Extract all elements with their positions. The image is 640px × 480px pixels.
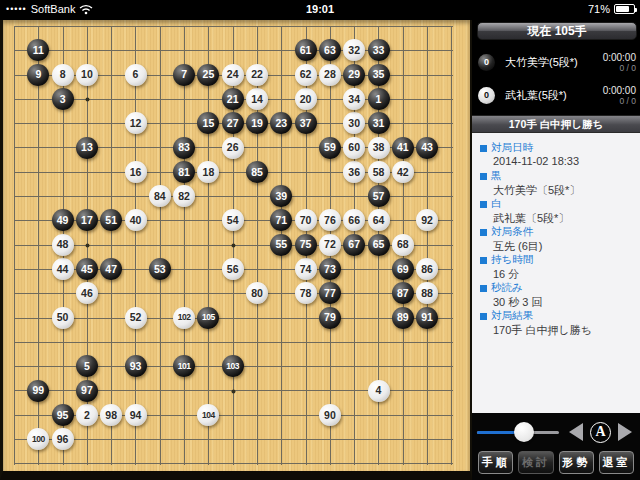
go-stone-black-27: 27 (222, 112, 244, 134)
go-stone-white-46: 46 (76, 282, 98, 304)
white-player-periods: 0 / 0 (603, 96, 636, 106)
go-board[interactable]: 1234567891011121314151617181920212223242… (0, 20, 472, 480)
player-panel: 現在 105手 0 大竹美学(5段*) 0:00:00 0 / 0 0 武礼葉(… (472, 20, 640, 115)
blue-square-bullet-icon (480, 145, 487, 152)
go-stone-white-2: 2 (76, 404, 98, 426)
sidebar: 現在 105手 0 大竹美学(5段*) 0:00:00 0 / 0 0 武礼葉(… (472, 20, 640, 480)
go-stone-white-102: 102 (173, 307, 195, 329)
star-point (231, 243, 235, 247)
player-row-white: 0 武礼葉(5段*) 0:00:00 0 / 0 (478, 80, 636, 110)
go-stone-white-20: 20 (295, 88, 317, 110)
go-stone-black-71: 71 (270, 209, 292, 231)
go-stone-black-35: 35 (368, 64, 390, 86)
go-stone-black-19: 19 (246, 112, 268, 134)
go-stone-white-66: 66 (343, 209, 365, 231)
go-stone-black-85: 85 (246, 161, 268, 183)
info-value: 大竹美学〔5段*〕 (480, 183, 632, 197)
go-stone-black-105: 105 (197, 307, 219, 329)
battery-icon (614, 4, 635, 14)
go-stone-black-1: 1 (368, 88, 390, 110)
game-info-panel: 対局日時2014-11-02 18:33黒大竹美学〔5段*〕白武礼葉〔5段*〕対… (472, 134, 640, 413)
black-stone-icon: 0 (478, 54, 495, 71)
go-stone-black-21: 21 (222, 88, 244, 110)
go-stone-black-11: 11 (27, 39, 49, 61)
go-stone-white-68: 68 (392, 234, 414, 256)
info-value: 武礼葉〔5段*〕 (480, 211, 632, 225)
go-stone-white-54: 54 (222, 209, 244, 231)
info-value: 2014-11-02 18:33 (480, 155, 632, 169)
go-stone-white-36: 36 (343, 161, 365, 183)
go-stone-white-72: 72 (319, 234, 341, 256)
go-stone-black-65: 65 (368, 234, 390, 256)
go-stone-black-15: 15 (197, 112, 219, 134)
blue-square-bullet-icon (480, 173, 487, 180)
go-stone-white-82: 82 (173, 185, 195, 207)
go-stone-white-88: 88 (416, 282, 438, 304)
go-stone-white-76: 76 (319, 209, 341, 231)
white-player-name: 武礼葉(5段*) (505, 88, 603, 103)
go-stone-black-23: 23 (270, 112, 292, 134)
go-stone-black-41: 41 (392, 137, 414, 159)
go-stone-white-24: 24 (222, 64, 244, 86)
go-stone-white-56: 56 (222, 258, 244, 280)
go-stone-white-78: 78 (295, 282, 317, 304)
white-stone-icon: 0 (478, 87, 495, 104)
go-stone-white-80: 80 (246, 282, 268, 304)
blue-square-bullet-icon (480, 313, 487, 320)
go-stone-black-37: 37 (295, 112, 317, 134)
info-value: 30 秒 3 回 (480, 295, 632, 309)
go-stone-black-13: 13 (76, 137, 98, 159)
action-button-row: 手順検討形勢退室 (472, 451, 640, 474)
info-value: 170手 白中押し勝ち (480, 323, 632, 337)
go-stone-white-22: 22 (246, 64, 268, 86)
go-stone-white-62: 62 (295, 64, 317, 86)
go-stone-black-17: 17 (76, 209, 98, 231)
star-point (85, 243, 89, 247)
move-slider[interactable] (477, 422, 559, 442)
playback-controls: A 手順検討形勢退室 (472, 413, 640, 480)
go-stone-black-97: 97 (76, 380, 98, 402)
go-stone-white-98: 98 (100, 404, 122, 426)
go-stone-black-99: 99 (27, 380, 49, 402)
go-stone-white-64: 64 (368, 209, 390, 231)
action-button-検討[interactable]: 検討 (518, 451, 553, 474)
go-stone-white-48: 48 (52, 234, 74, 256)
app-screen: ••••• SoftBank 19:01 71% 123456789101112… (0, 0, 640, 480)
go-stone-white-60: 60 (343, 137, 365, 159)
go-stone-black-73: 73 (319, 258, 341, 280)
go-stone-black-63: 63 (319, 39, 341, 61)
go-stone-white-94: 94 (125, 404, 147, 426)
previous-move-button[interactable] (569, 423, 583, 441)
go-stone-black-103: 103 (222, 355, 244, 377)
board-grid[interactable]: 1234567891011121314151617181920212223242… (14, 26, 453, 465)
clock-label: 19:01 (0, 3, 640, 15)
go-stone-white-4: 4 (368, 380, 390, 402)
black-player-periods: 0 / 0 (603, 63, 636, 73)
info-label: 持ち時間 (480, 253, 632, 267)
info-label: 秒読み (480, 281, 632, 295)
go-stone-black-91: 91 (416, 307, 438, 329)
autoplay-button[interactable]: A (590, 422, 611, 443)
go-stone-black-25: 25 (197, 64, 219, 86)
go-stone-white-90: 90 (319, 404, 341, 426)
player-row-black: 0 大竹美学(5段*) 0:00:00 0 / 0 (478, 47, 636, 77)
go-stone-white-52: 52 (125, 307, 147, 329)
white-player-time: 0:00:00 (603, 85, 636, 96)
go-stone-white-26: 26 (222, 137, 244, 159)
go-stone-white-10: 10 (76, 64, 98, 86)
go-stone-black-55: 55 (270, 234, 292, 256)
current-move-header: 現在 105手 (477, 22, 637, 40)
status-bar: ••••• SoftBank 19:01 71% (0, 0, 640, 20)
go-stone-white-86: 86 (416, 258, 438, 280)
go-stone-black-87: 87 (392, 282, 414, 304)
star-point (231, 389, 235, 393)
go-stone-black-81: 81 (173, 161, 195, 183)
go-stone-black-61: 61 (295, 39, 317, 61)
go-stone-white-96: 96 (52, 428, 74, 450)
action-button-形勢[interactable]: 形勢 (559, 451, 594, 474)
go-stone-black-49: 49 (52, 209, 74, 231)
go-stone-black-79: 79 (319, 307, 341, 329)
star-point (85, 97, 89, 101)
info-label: 黒 (480, 169, 632, 183)
action-button-手順[interactable]: 手順 (478, 451, 513, 474)
go-stone-black-29: 29 (343, 64, 365, 86)
go-stone-white-14: 14 (246, 88, 268, 110)
go-stone-white-44: 44 (52, 258, 74, 280)
go-stone-black-3: 3 (52, 88, 74, 110)
go-stone-black-51: 51 (100, 209, 122, 231)
go-stone-black-75: 75 (295, 234, 317, 256)
go-stone-black-9: 9 (27, 64, 49, 86)
go-stone-black-101: 101 (173, 355, 195, 377)
result-header: 170手 白中押し勝ち (472, 115, 640, 133)
go-stone-white-100: 100 (27, 428, 49, 450)
go-stone-black-69: 69 (392, 258, 414, 280)
info-value: 16 分 (480, 267, 632, 281)
go-stone-black-5: 5 (76, 355, 98, 377)
next-move-button[interactable] (618, 423, 632, 441)
blue-square-bullet-icon (480, 229, 487, 236)
go-stone-black-89: 89 (392, 307, 414, 329)
go-stone-white-16: 16 (125, 161, 147, 183)
go-stone-white-8: 8 (52, 64, 74, 86)
black-player-name: 大竹美学(5段*) (505, 55, 603, 70)
info-label: 対局日時 (480, 141, 632, 155)
go-stone-white-74: 74 (295, 258, 317, 280)
go-stone-white-40: 40 (125, 209, 147, 231)
go-stone-black-47: 47 (100, 258, 122, 280)
blue-square-bullet-icon (480, 201, 487, 208)
go-stone-black-7: 7 (173, 64, 195, 86)
go-stone-white-32: 32 (343, 39, 365, 61)
go-stone-white-34: 34 (343, 88, 365, 110)
go-stone-black-59: 59 (319, 137, 341, 159)
go-stone-black-53: 53 (149, 258, 171, 280)
go-stone-black-77: 77 (319, 282, 341, 304)
go-stone-white-12: 12 (125, 112, 147, 134)
black-player-time: 0:00:00 (603, 52, 636, 63)
go-stone-black-39: 39 (270, 185, 292, 207)
go-stone-white-6: 6 (125, 64, 147, 86)
go-stone-black-33: 33 (368, 39, 390, 61)
go-stone-white-18: 18 (197, 161, 219, 183)
info-value: 互先 (6目) (480, 239, 632, 253)
go-stone-black-45: 45 (76, 258, 98, 280)
info-label: 対局条件 (480, 225, 632, 239)
go-stone-white-104: 104 (197, 404, 219, 426)
blue-square-bullet-icon (480, 285, 487, 292)
go-stone-white-38: 38 (368, 137, 390, 159)
go-stone-black-43: 43 (416, 137, 438, 159)
info-label: 白 (480, 197, 632, 211)
slider-thumb[interactable] (514, 422, 534, 442)
go-stone-black-67: 67 (343, 234, 365, 256)
go-stone-black-57: 57 (368, 185, 390, 207)
blue-square-bullet-icon (480, 257, 487, 264)
info-label: 対局結果 (480, 309, 632, 323)
go-stone-white-58: 58 (368, 161, 390, 183)
go-stone-white-50: 50 (52, 307, 74, 329)
go-stone-white-70: 70 (295, 209, 317, 231)
go-stone-white-84: 84 (149, 185, 171, 207)
go-stone-black-95: 95 (52, 404, 74, 426)
go-stone-black-93: 93 (125, 355, 147, 377)
go-stone-white-28: 28 (319, 64, 341, 86)
go-stone-black-31: 31 (368, 112, 390, 134)
go-stone-white-42: 42 (392, 161, 414, 183)
go-stone-white-92: 92 (416, 209, 438, 231)
action-button-退室[interactable]: 退室 (599, 451, 634, 474)
go-stone-black-83: 83 (173, 137, 195, 159)
go-stone-white-30: 30 (343, 112, 365, 134)
battery-percent-label: 71% (588, 3, 610, 15)
